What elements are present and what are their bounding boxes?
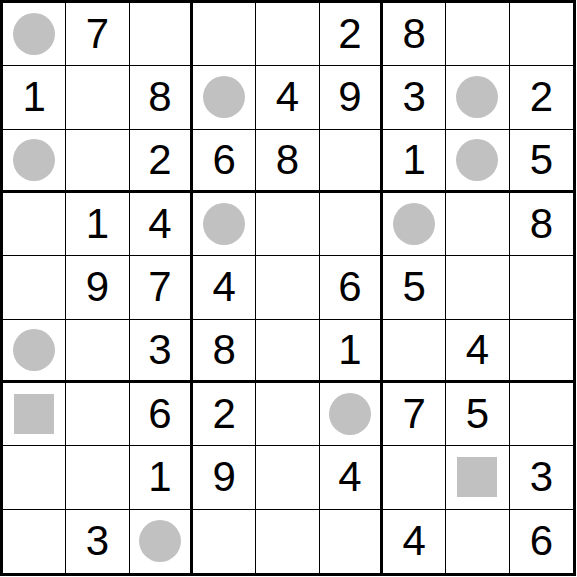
cell-r7c9[interactable] [510, 383, 573, 446]
cell-r6c5[interactable] [256, 320, 319, 383]
given-digit: 1 [86, 203, 109, 245]
circle-mark-icon [13, 139, 55, 181]
given-digit: 6 [530, 520, 553, 562]
cell-r1c8[interactable] [446, 3, 509, 66]
cell-r3c4[interactable]: 6 [193, 130, 256, 193]
cell-r9c8[interactable] [446, 510, 509, 573]
cell-r3c9[interactable]: 5 [510, 130, 573, 193]
cell-r7c8[interactable]: 5 [446, 383, 509, 446]
cell-r8c8[interactable] [446, 446, 509, 509]
cell-r1c2[interactable]: 7 [66, 3, 129, 66]
cell-r4c4[interactable] [193, 193, 256, 256]
cell-r3c8[interactable] [446, 130, 509, 193]
cell-r8c7[interactable] [383, 446, 446, 509]
circle-mark-icon [203, 76, 245, 118]
sudoku-board: 7281849322681514897465381462751943346 [0, 0, 576, 576]
cell-r4c3[interactable]: 4 [130, 193, 193, 256]
given-digit: 8 [402, 13, 425, 55]
cell-r6c8[interactable]: 4 [446, 320, 509, 383]
given-digit: 6 [338, 266, 361, 308]
cell-r3c5[interactable]: 8 [256, 130, 319, 193]
given-digit: 1 [402, 139, 425, 181]
cell-r1c9[interactable] [510, 3, 573, 66]
cell-r5c4[interactable]: 4 [193, 256, 256, 319]
cell-r2c6[interactable]: 9 [320, 66, 383, 129]
cell-r9c9[interactable]: 6 [510, 510, 573, 573]
given-digit: 6 [212, 139, 235, 181]
circle-mark-icon [456, 76, 498, 118]
cell-r2c7[interactable]: 3 [383, 66, 446, 129]
cell-r9c5[interactable] [256, 510, 319, 573]
given-digit: 2 [530, 76, 553, 118]
cell-r7c7[interactable]: 7 [383, 383, 446, 446]
cell-r9c3[interactable] [130, 510, 193, 573]
cell-r6c9[interactable] [510, 320, 573, 383]
cell-r2c8[interactable] [446, 66, 509, 129]
cell-r1c5[interactable] [256, 3, 319, 66]
given-digit: 6 [148, 393, 171, 435]
cell-r9c6[interactable] [320, 510, 383, 573]
cell-r7c2[interactable] [66, 383, 129, 446]
given-digit: 2 [148, 139, 171, 181]
cell-r7c6[interactable] [320, 383, 383, 446]
circle-mark-icon [456, 139, 498, 181]
given-digit: 3 [530, 456, 553, 498]
given-digit: 4 [402, 520, 425, 562]
cell-r3c7[interactable]: 1 [383, 130, 446, 193]
cell-r4c2[interactable]: 1 [66, 193, 129, 256]
cell-r6c2[interactable] [66, 320, 129, 383]
cell-r7c1[interactable] [3, 383, 66, 446]
given-digit: 8 [530, 203, 553, 245]
given-digit: 5 [402, 266, 425, 308]
cell-r6c7[interactable] [383, 320, 446, 383]
given-digit: 9 [212, 456, 235, 498]
cell-r5c6[interactable]: 6 [320, 256, 383, 319]
cell-r6c1[interactable] [3, 320, 66, 383]
cell-r7c5[interactable] [256, 383, 319, 446]
cell-r2c2[interactable] [66, 66, 129, 129]
cell-r2c5[interactable]: 4 [256, 66, 319, 129]
given-digit: 2 [212, 393, 235, 435]
cell-r5c2[interactable]: 9 [66, 256, 129, 319]
cell-r9c7[interactable]: 4 [383, 510, 446, 573]
cell-r1c3[interactable] [130, 3, 193, 66]
given-digit: 5 [466, 393, 489, 435]
given-digit: 4 [276, 76, 299, 118]
cell-r4c7[interactable] [383, 193, 446, 256]
given-digit: 4 [466, 329, 489, 371]
cell-r4c1[interactable] [3, 193, 66, 256]
square-mark-icon [14, 394, 54, 434]
given-digit: 8 [212, 329, 235, 371]
cell-r8c2[interactable] [66, 446, 129, 509]
given-digit: 1 [338, 329, 361, 371]
cell-r9c1[interactable] [3, 510, 66, 573]
circle-mark-icon [393, 203, 435, 245]
cell-r4c9[interactable]: 8 [510, 193, 573, 256]
cell-r5c7[interactable]: 5 [383, 256, 446, 319]
cell-r5c9[interactable] [510, 256, 573, 319]
cell-r2c3[interactable]: 8 [130, 66, 193, 129]
cell-r1c6[interactable]: 2 [320, 3, 383, 66]
cell-r6c6[interactable]: 1 [320, 320, 383, 383]
cell-r5c8[interactable] [446, 256, 509, 319]
circle-mark-icon [13, 13, 55, 55]
cell-r1c1[interactable] [3, 3, 66, 66]
cell-r8c5[interactable] [256, 446, 319, 509]
cell-r7c4[interactable]: 2 [193, 383, 256, 446]
given-digit: 7 [148, 266, 171, 308]
circle-mark-icon [203, 203, 245, 245]
circle-mark-icon [139, 520, 181, 562]
given-digit: 3 [402, 76, 425, 118]
cell-r8c1[interactable] [3, 446, 66, 509]
cell-r3c3[interactable]: 2 [130, 130, 193, 193]
given-digit: 4 [148, 203, 171, 245]
given-digit: 8 [276, 139, 299, 181]
cell-r4c8[interactable] [446, 193, 509, 256]
given-digit: 1 [22, 76, 45, 118]
cell-r4c5[interactable] [256, 193, 319, 256]
cell-r9c4[interactable] [193, 510, 256, 573]
cell-r6c3[interactable]: 3 [130, 320, 193, 383]
given-digit: 8 [148, 76, 171, 118]
given-digit: 3 [148, 329, 171, 371]
cell-r4c6[interactable] [320, 193, 383, 256]
cell-r8c3[interactable]: 1 [130, 446, 193, 509]
cell-r8c4[interactable]: 9 [193, 446, 256, 509]
cell-r7c3[interactable]: 6 [130, 383, 193, 446]
given-digit: 2 [338, 13, 361, 55]
cell-r5c5[interactable] [256, 256, 319, 319]
cell-r3c6[interactable] [320, 130, 383, 193]
circle-mark-icon [329, 393, 371, 435]
cell-r3c2[interactable] [66, 130, 129, 193]
cell-r8c9[interactable]: 3 [510, 446, 573, 509]
given-digit: 7 [86, 13, 109, 55]
cell-r2c9[interactable]: 2 [510, 66, 573, 129]
cell-r2c1[interactable]: 1 [3, 66, 66, 129]
square-mark-icon [457, 457, 497, 497]
cell-r1c7[interactable]: 8 [383, 3, 446, 66]
given-digit: 4 [212, 266, 235, 308]
cell-r5c1[interactable] [3, 256, 66, 319]
given-digit: 4 [338, 456, 361, 498]
given-digit: 1 [148, 456, 171, 498]
given-digit: 3 [86, 520, 109, 562]
cell-r6c4[interactable]: 8 [193, 320, 256, 383]
cell-r9c2[interactable]: 3 [66, 510, 129, 573]
given-digit: 5 [530, 139, 553, 181]
cell-r1c4[interactable] [193, 3, 256, 66]
cell-r3c1[interactable] [3, 130, 66, 193]
circle-mark-icon [13, 329, 55, 371]
cell-r5c3[interactable]: 7 [130, 256, 193, 319]
cell-r2c4[interactable] [193, 66, 256, 129]
given-digit: 9 [338, 76, 361, 118]
cell-r8c6[interactable]: 4 [320, 446, 383, 509]
given-digit: 7 [402, 393, 425, 435]
given-digit: 9 [86, 266, 109, 308]
